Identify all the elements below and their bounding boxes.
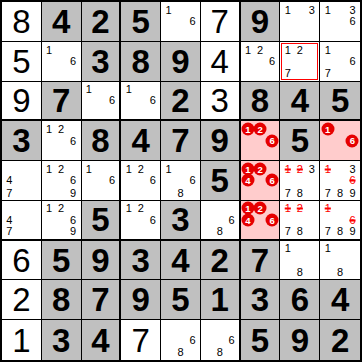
cell-r5c2[interactable]: 1269	[42, 161, 82, 201]
candidate-1: 1	[86, 163, 92, 174]
cell-r3c4[interactable]: 16	[121, 82, 161, 122]
solved-digit: 5	[2, 42, 41, 81]
candidate-3: 3	[349, 4, 355, 15]
given-digit: 2	[201, 241, 239, 280]
cell-r4c9[interactable]: 16	[320, 121, 360, 161]
cell-r7c4[interactable]: 3	[121, 241, 161, 281]
candidate-4-circled: 4	[242, 213, 255, 226]
cell-r7c6[interactable]: 2	[201, 241, 241, 281]
solved-digit: 2	[2, 280, 41, 319]
candidate-1: 1	[86, 84, 92, 95]
cell-r9c8[interactable]: 9	[280, 320, 320, 360]
candidate-1-struck: 1	[325, 163, 331, 174]
cell-r8c1[interactable]: 2	[2, 280, 42, 320]
given-digit: 5	[42, 241, 81, 280]
cell-r6c1[interactable]: 47	[2, 201, 42, 241]
cell-r8c8[interactable]: 6	[280, 280, 320, 320]
candidate-6: 6	[228, 214, 234, 225]
cell-r4c2[interactable]: 126	[42, 121, 82, 161]
solved-digit: 7	[201, 2, 239, 41]
given-digit: 2	[161, 82, 200, 120]
cell-r9c2[interactable]: 3	[42, 320, 82, 360]
cell-r4c5[interactable]: 7	[161, 121, 201, 161]
cell-r1c7[interactable]: 9	[241, 2, 281, 42]
given-digit: 8	[241, 82, 280, 120]
cell-r7c2[interactable]: 5	[42, 241, 82, 281]
cell-r4c3[interactable]: 8	[82, 121, 122, 161]
cell-r1c4[interactable]: 5	[121, 2, 161, 42]
cell-r9c5[interactable]: 68	[161, 320, 201, 360]
cell-r5c7[interactable]: 1246	[241, 161, 281, 201]
candidate-1-struck: 1	[285, 203, 291, 214]
candidate-1: 1	[46, 203, 52, 214]
cell-r4c6[interactable]: 9	[201, 121, 241, 161]
cell-r8c7[interactable]: 3	[241, 280, 281, 320]
given-digit: 4	[161, 241, 200, 280]
solved-digit: 7	[121, 320, 160, 360]
given-digit: 5	[121, 2, 160, 41]
candidate-1: 1	[126, 84, 132, 95]
cell-r4c1[interactable]: 3	[2, 121, 42, 161]
solved-digit: 1	[2, 320, 41, 360]
cell-r2c4[interactable]: 8	[121, 42, 161, 82]
candidate-2: 2	[257, 44, 263, 55]
given-digit: 7	[241, 241, 280, 280]
given-digit: 4	[320, 280, 360, 319]
cell-r2c1[interactable]: 5	[2, 42, 42, 82]
candidate-1: 1	[325, 243, 331, 254]
candidate-6: 6	[228, 335, 234, 346]
candidate-7: 7	[285, 68, 291, 79]
given-digit: 8	[42, 280, 81, 319]
cell-r3c7[interactable]: 8	[241, 82, 281, 122]
candidate-3: 3	[309, 4, 315, 15]
cell-r5c6[interactable]: 5	[201, 161, 241, 201]
candidate-7: 7	[325, 226, 331, 237]
given-digit: 5	[82, 201, 120, 239]
given-digit: 9	[121, 280, 160, 319]
cell-r8c3[interactable]: 7	[82, 280, 122, 320]
candidate-7: 7	[285, 187, 291, 198]
candidate-9: 9	[70, 187, 76, 198]
candidate-4-circled: 4	[242, 174, 255, 187]
given-digit: 3	[2, 121, 41, 160]
given-digit: 7	[42, 82, 81, 120]
cell-r1c6[interactable]: 7	[201, 2, 241, 42]
cell-r6c9[interactable]: 78916	[320, 201, 360, 241]
candidate-8: 8	[177, 187, 183, 198]
cell-r7c8[interactable]: 18	[280, 241, 320, 281]
candidate-8: 8	[337, 226, 343, 237]
candidate-2-struck: 2	[297, 203, 303, 214]
cell-r9c7[interactable]: 5	[241, 320, 281, 360]
candidate-6: 6	[189, 335, 195, 346]
cell-r3c1[interactable]: 9	[2, 82, 42, 122]
cell-r1c3[interactable]: 2	[82, 2, 122, 42]
candidate-8: 8	[217, 226, 223, 237]
given-digit: 5	[201, 161, 239, 200]
candidate-2-struck: 2	[297, 163, 303, 174]
candidate-6: 6	[150, 175, 156, 186]
given-digit: 6	[280, 280, 319, 319]
candidate-1: 1	[285, 44, 291, 55]
cell-r6c8[interactable]: 7812	[280, 201, 320, 241]
given-digit: 7	[82, 280, 120, 319]
candidate-8: 8	[297, 267, 303, 278]
solved-digit: 3	[201, 82, 239, 120]
candidate-1-circled: 1	[321, 123, 334, 136]
candidate-6: 6	[70, 135, 76, 146]
candidate-2: 2	[138, 163, 144, 174]
candidate-4: 4	[6, 175, 12, 186]
candidate-6-struck: 6	[349, 214, 355, 225]
cell-r6c2[interactable]: 1269	[42, 201, 82, 241]
cell-r3c5[interactable]: 2	[161, 82, 201, 122]
cell-r6c7[interactable]: 1246	[241, 201, 281, 241]
cell-r6c6[interactable]: 68	[201, 201, 241, 241]
cell-r1c9[interactable]: 136	[320, 2, 360, 42]
candidate-6: 6	[349, 16, 355, 27]
candidate-6: 6	[109, 175, 115, 186]
cell-r2c7[interactable]: 126	[241, 42, 281, 82]
candidate-9: 9	[349, 187, 355, 198]
candidate-1: 1	[126, 163, 132, 174]
cell-r5c1[interactable]: 47	[2, 161, 42, 201]
candidate-6-struck: 6	[349, 175, 355, 186]
candidate-1-struck: 1	[285, 163, 291, 174]
cell-r2c8[interactable]: 127	[280, 42, 320, 82]
candidate-2: 2	[58, 203, 64, 214]
candidate-6: 6	[189, 175, 195, 186]
given-digit: 7	[161, 121, 200, 160]
given-digit: 4	[121, 121, 160, 160]
cell-r2c5[interactable]: 9	[161, 42, 201, 82]
given-digit: 9	[241, 2, 280, 41]
solved-digit: 4	[201, 42, 239, 81]
cell-r5c3[interactable]: 16	[82, 161, 122, 201]
cell-r8c9[interactable]: 4	[320, 280, 360, 320]
candidate-6: 6	[349, 56, 355, 67]
candidate-3: 3	[309, 163, 315, 174]
cell-r4c7[interactable]: 126	[241, 121, 281, 161]
candidate-1-struck: 1	[325, 203, 331, 214]
candidate-2: 2	[58, 124, 64, 135]
candidate-8: 8	[297, 187, 303, 198]
candidate-1: 1	[325, 44, 331, 55]
given-digit: 4	[280, 82, 319, 120]
cell-r9c1[interactable]: 1	[2, 320, 42, 360]
cell-r9c9[interactable]: 2	[320, 320, 360, 360]
cell-r1c5[interactable]: 16	[161, 2, 201, 42]
candidate-6: 6	[109, 95, 115, 106]
solved-digit: 9	[2, 82, 41, 120]
solved-digit: 6	[2, 241, 41, 280]
cell-r3c8[interactable]: 4	[280, 82, 320, 122]
cell-r5c9[interactable]: 378916	[320, 161, 360, 201]
given-digit: 9	[201, 121, 239, 160]
given-digit: 8	[121, 42, 160, 81]
given-digit: 2	[320, 320, 360, 360]
cell-r9c4[interactable]: 7	[121, 320, 161, 360]
candidate-8: 8	[217, 347, 223, 358]
candidate-9: 9	[70, 226, 76, 237]
cell-r1c2[interactable]: 4	[42, 2, 82, 42]
candidate-9: 9	[349, 226, 355, 237]
candidate-4: 4	[6, 214, 12, 225]
cell-r9c6[interactable]: 68	[201, 320, 241, 360]
cell-r2c6[interactable]: 4	[201, 42, 241, 82]
candidate-3: 3	[349, 163, 355, 174]
given-digit: 4	[42, 2, 81, 41]
cell-r3c2[interactable]: 7	[42, 82, 82, 122]
candidate-8: 8	[337, 267, 343, 278]
given-digit: 1	[201, 280, 239, 319]
candidate-7: 7	[325, 187, 331, 198]
candidate-1: 1	[126, 203, 132, 214]
candidate-7: 7	[6, 187, 12, 198]
cell-r3c3[interactable]: 16	[82, 82, 122, 122]
candidate-2: 2	[138, 203, 144, 214]
given-digit: 4	[82, 320, 120, 360]
cell-r7c3[interactable]: 9	[82, 241, 122, 281]
cell-r2c3[interactable]: 3	[82, 42, 122, 82]
candidate-2-circled: 2	[254, 123, 267, 136]
cell-r6c5[interactable]: 3	[161, 201, 201, 241]
candidate-7: 7	[6, 226, 12, 237]
cell-r7c7[interactable]: 7	[241, 241, 281, 281]
cell-r4c8[interactable]: 5	[280, 121, 320, 161]
cell-r6c3[interactable]: 5	[82, 201, 122, 241]
cell-r8c2[interactable]: 8	[42, 280, 82, 320]
cell-r3c9[interactable]: 5	[320, 82, 360, 122]
cell-r8c6[interactable]: 1	[201, 280, 241, 320]
candidate-7: 7	[325, 68, 331, 79]
given-digit: 3	[82, 42, 120, 81]
candidate-6: 6	[269, 56, 275, 67]
cell-r9c3[interactable]: 4	[82, 320, 122, 360]
candidate-7: 7	[285, 226, 291, 237]
candidate-1: 1	[165, 4, 171, 15]
candidate-8: 8	[177, 347, 183, 358]
cell-r8c5[interactable]: 5	[161, 280, 201, 320]
candidate-6: 6	[150, 95, 156, 106]
candidate-1: 1	[325, 4, 331, 15]
cell-r3c6[interactable]: 3	[201, 82, 241, 122]
given-digit: 8	[82, 121, 120, 160]
candidate-6: 6	[70, 175, 76, 186]
given-digit: 5	[241, 320, 280, 360]
candidate-2-circled: 2	[254, 162, 267, 175]
candidate-1: 1	[46, 124, 52, 135]
given-digit: 3	[241, 280, 280, 319]
given-digit: 2	[82, 2, 120, 41]
cell-r7c1[interactable]: 6	[2, 241, 42, 281]
cell-r1c1[interactable]: 8	[2, 2, 42, 42]
given-digit: 3	[42, 320, 81, 360]
candidate-1: 1	[285, 4, 291, 15]
given-digit: 9	[161, 42, 200, 81]
cell-r6c4[interactable]: 126	[121, 201, 161, 241]
cell-r7c5[interactable]: 4	[161, 241, 201, 281]
candidate-6-circled: 6	[266, 213, 279, 226]
candidate-6: 6	[189, 16, 195, 27]
given-digit: 9	[82, 241, 120, 280]
candidate-1: 1	[46, 44, 52, 55]
cell-r2c2[interactable]: 16	[42, 42, 82, 82]
candidate-6: 6	[150, 214, 156, 225]
cell-r5c8[interactable]: 37812	[280, 161, 320, 201]
given-digit: 3	[161, 201, 200, 239]
cell-r4c4[interactable]: 4	[121, 121, 161, 161]
candidate-1: 1	[285, 243, 291, 254]
candidate-6-circled: 6	[346, 134, 359, 147]
cell-r5c4[interactable]: 126	[121, 161, 161, 201]
candidate-1: 1	[46, 163, 52, 174]
given-digit: 3	[121, 241, 160, 280]
cell-r2c9[interactable]: 167	[320, 42, 360, 82]
given-digit: 5	[161, 280, 200, 319]
given-digit: 5	[320, 82, 360, 120]
candidate-1: 1	[165, 163, 171, 174]
candidate-6: 6	[70, 214, 76, 225]
sudoku-board: 8425167913136516389412612716797161623845…	[0, 0, 362, 362]
candidate-8: 8	[337, 187, 343, 198]
cell-r8c4[interactable]: 9	[121, 280, 161, 320]
candidate-2: 2	[297, 44, 303, 55]
candidate-8: 8	[297, 226, 303, 237]
candidate-1: 1	[245, 44, 251, 55]
cell-r7c9[interactable]: 18	[320, 241, 360, 281]
solved-digit: 8	[2, 2, 41, 41]
candidate-6: 6	[70, 56, 76, 67]
candidate-2-circled: 2	[254, 202, 267, 215]
cell-r1c8[interactable]: 13	[280, 2, 320, 42]
candidate-6-circled: 6	[266, 174, 279, 187]
candidate-2: 2	[58, 163, 64, 174]
candidate-6-circled: 6	[266, 134, 279, 147]
given-digit: 9	[280, 320, 319, 360]
cell-r5c5[interactable]: 168	[161, 161, 201, 201]
given-digit: 5	[280, 121, 319, 160]
